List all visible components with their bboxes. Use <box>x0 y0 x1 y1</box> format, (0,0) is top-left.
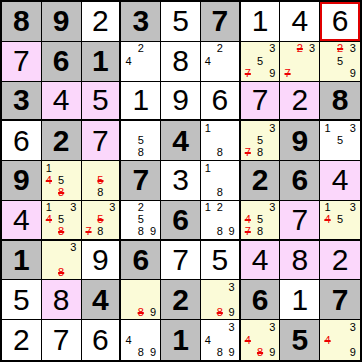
candidate-8: 8 <box>254 226 266 238</box>
eliminated-candidate-8: 8 <box>55 187 67 199</box>
cell-r6c3[interactable]: 3857 <box>82 201 122 241</box>
pencilmarks: 85 <box>83 162 119 199</box>
candidate-4: 4 <box>202 55 214 67</box>
candidate-1: 1 <box>43 202 55 214</box>
candidate-5: 5 <box>135 214 147 226</box>
candidate-5: 5 <box>334 55 347 67</box>
pencilmarks: 98 <box>122 281 159 318</box>
given-digit: 7 <box>332 285 349 315</box>
given-digit: 8 <box>13 6 30 36</box>
solved-digit: 2 <box>332 245 349 275</box>
cell-r5c9[interactable]: 4 <box>320 161 360 201</box>
candidate-1: 1 <box>202 202 214 214</box>
cell-r5c1[interactable]: 9 <box>2 161 42 201</box>
cell-r9c6[interactable]: 3489 <box>201 320 241 360</box>
pencilmarks: 18 <box>202 122 238 159</box>
cell-r8c8[interactable]: 1 <box>280 280 320 320</box>
eliminated-candidate-5: 5 <box>94 214 106 226</box>
cell-r6c8[interactable]: 7 <box>280 201 320 241</box>
cell-r3c4[interactable]: 1 <box>121 82 161 122</box>
cell-r1c9[interactable]: 6 <box>320 2 360 42</box>
candidate-3: 3 <box>266 202 278 214</box>
candidate-3: 3 <box>346 321 359 334</box>
cell-r6c2[interactable]: 13548 <box>42 201 82 241</box>
eliminated-candidate-8: 8 <box>135 306 147 318</box>
cell-r9c4[interactable]: 489 <box>121 320 161 360</box>
eliminated-candidate-4: 4 <box>43 214 55 226</box>
eliminated-candidate-4: 4 <box>43 174 55 186</box>
given-digit: 1 <box>172 325 189 355</box>
candidate-2: 2 <box>214 43 226 55</box>
cell-r8c5[interactable]: 2 <box>161 280 201 320</box>
cell-r2c2[interactable]: 6 <box>42 42 82 82</box>
cell-r3c3[interactable]: 5 <box>82 82 122 122</box>
candidate-9: 9 <box>226 226 238 238</box>
cell-r7c1[interactable]: 1 <box>2 241 42 281</box>
candidate-9: 9 <box>266 67 278 79</box>
cell-r8c2[interactable]: 8 <box>42 280 82 320</box>
candidate-3: 3 <box>226 321 238 334</box>
cell-r5c6[interactable]: 18 <box>201 161 241 201</box>
given-digit: 9 <box>13 165 30 195</box>
eliminated-candidate-7: 7 <box>242 67 254 79</box>
solved-digit: 4 <box>13 205 30 235</box>
candidate-4: 4 <box>122 55 134 67</box>
solved-digit: 4 <box>252 245 269 275</box>
solved-digit: 2 <box>291 85 308 115</box>
given-digit: 2 <box>252 165 269 195</box>
eliminated-candidate-8: 8 <box>254 346 266 359</box>
given-digit: 3 <box>132 6 149 36</box>
cell-r5c7[interactable]: 2 <box>241 161 281 201</box>
eliminated-candidate-8: 8 <box>55 226 67 238</box>
candidate-9: 9 <box>147 346 159 359</box>
candidate-9: 9 <box>266 346 278 359</box>
eliminated-candidate-7: 7 <box>242 226 254 238</box>
cell-r7c2[interactable]: 38 <box>42 241 82 281</box>
cell-r4c9[interactable]: 135 <box>320 121 360 161</box>
candidate-3: 3 <box>266 321 278 334</box>
cell-r8c3[interactable]: 4 <box>82 280 122 320</box>
given-digit: 3 <box>13 85 30 115</box>
cell-r2c8[interactable]: 327 <box>280 42 320 82</box>
cell-r5c5[interactable]: 3 <box>161 161 201 201</box>
candidate-9: 9 <box>226 346 238 359</box>
eliminated-candidate-7: 7 <box>83 226 95 238</box>
cell-r1c4[interactable]: 3 <box>121 2 161 42</box>
solved-digit: 4 <box>332 165 349 195</box>
candidate-1: 1 <box>321 202 334 214</box>
cell-r2c3[interactable]: 1 <box>82 42 122 82</box>
pencilmarks: 58 <box>122 122 159 159</box>
eliminated-candidate-8: 8 <box>214 306 226 318</box>
solved-digit: 2 <box>13 325 30 355</box>
solved-digit: 8 <box>291 245 308 275</box>
cell-r3c6[interactable]: 6 <box>201 82 241 122</box>
cell-r9c2[interactable]: 7 <box>42 320 82 360</box>
solved-digit: 6 <box>332 6 349 36</box>
candidate-3: 3 <box>226 281 238 293</box>
cell-r3c2[interactable]: 4 <box>42 82 82 122</box>
given-digit: 2 <box>53 126 70 156</box>
pencilmarks: 3592 <box>321 43 359 80</box>
given-digit: 6 <box>53 46 70 76</box>
candidate-8: 8 <box>214 226 226 238</box>
cell-r2c5[interactable]: 8 <box>161 42 201 82</box>
solved-digit: 6 <box>92 325 109 355</box>
cell-r7c5[interactable]: 7 <box>161 241 201 281</box>
candidate-8: 8 <box>214 187 226 199</box>
cell-r7c4[interactable]: 6 <box>121 241 161 281</box>
cell-r7c9[interactable]: 2 <box>320 241 360 281</box>
solved-digit: 6 <box>211 85 228 115</box>
candidate-3: 3 <box>346 202 359 214</box>
pencilmarks: 24 <box>202 43 238 80</box>
candidate-8: 8 <box>214 147 226 159</box>
cell-r9c8[interactable]: 5 <box>280 320 320 360</box>
solved-digit: 7 <box>92 126 109 156</box>
candidate-8: 8 <box>94 187 106 199</box>
solved-digit: 7 <box>172 245 189 275</box>
cell-r6c7[interactable]: 35847 <box>241 201 281 241</box>
cell-r4c8[interactable]: 9 <box>280 121 320 161</box>
cell-r2c6[interactable]: 24 <box>201 42 241 82</box>
pencilmarks: 1354 <box>321 202 359 238</box>
cell-r9c7[interactable]: 3948 <box>241 320 281 360</box>
candidate-3: 3 <box>306 43 318 55</box>
cell-r4c7[interactable]: 3587 <box>241 121 281 161</box>
cell-r6c1[interactable]: 4 <box>2 201 42 241</box>
cell-r4c4[interactable]: 58 <box>121 121 161 161</box>
pencilmarks: 394 <box>321 321 359 359</box>
solved-digit: 7 <box>291 205 308 235</box>
candidate-3: 3 <box>266 43 278 55</box>
given-digit: 1 <box>92 46 109 76</box>
cell-r2c4[interactable]: 24 <box>121 42 161 82</box>
cell-r6c6[interactable]: 1289 <box>201 201 241 241</box>
cell-r1c2[interactable]: 9 <box>42 2 82 42</box>
cell-r8c4[interactable]: 98 <box>121 280 161 320</box>
solved-digit: 4 <box>291 6 308 36</box>
solved-digit: 9 <box>92 245 109 275</box>
pencilmarks: 18 <box>202 162 238 199</box>
given-digit: 9 <box>291 126 308 156</box>
cell-r7c8[interactable]: 8 <box>280 241 320 281</box>
given-digit: 6 <box>172 205 189 235</box>
cell-r2c9[interactable]: 3592 <box>320 42 360 82</box>
cell-r5c4[interactable]: 7 <box>121 161 161 201</box>
candidate-1: 1 <box>202 122 214 134</box>
cell-r7c7[interactable]: 4 <box>241 241 281 281</box>
cell-r3c8[interactable]: 2 <box>280 82 320 122</box>
solved-digit: 5 <box>13 285 30 315</box>
eliminated-candidate-7: 7 <box>281 67 293 79</box>
cell-r9c9[interactable]: 394 <box>320 320 360 360</box>
given-digit: 1 <box>13 245 30 275</box>
candidate-3: 3 <box>266 122 278 134</box>
cell-r4c1[interactable]: 6 <box>2 121 42 161</box>
cell-r1c3[interactable]: 2 <box>82 2 122 42</box>
cell-r5c2[interactable]: 1548 <box>42 161 82 201</box>
given-digit: 5 <box>291 325 308 355</box>
cell-r2c7[interactable]: 3597 <box>241 42 281 82</box>
candidate-1: 1 <box>321 122 334 134</box>
candidate-5: 5 <box>334 214 347 226</box>
pencilmarks: 24 <box>122 43 159 80</box>
candidate-3: 3 <box>67 242 79 254</box>
candidate-9: 9 <box>346 67 359 79</box>
candidate-2: 2 <box>214 202 226 214</box>
candidate-3: 3 <box>346 122 359 134</box>
cell-r8c7[interactable]: 6 <box>241 280 281 320</box>
candidate-4: 4 <box>122 334 134 347</box>
pencilmarks: 3597 <box>242 43 279 80</box>
cell-r6c5[interactable]: 6 <box>161 201 201 241</box>
candidate-2: 2 <box>135 43 147 55</box>
given-digit: 4 <box>172 126 189 156</box>
cell-r4c5[interactable]: 4 <box>161 121 201 161</box>
cell-r6c4[interactable]: 2589 <box>121 201 161 241</box>
candidate-1: 1 <box>43 162 55 174</box>
cell-r3c9[interactable]: 8 <box>320 82 360 122</box>
candidate-5: 5 <box>135 135 147 147</box>
solved-digit: 2 <box>92 6 109 36</box>
cell-r7c3[interactable]: 9 <box>82 241 122 281</box>
candidate-1: 1 <box>202 162 214 174</box>
eliminated-candidate-4: 4 <box>321 334 334 347</box>
candidate-3: 3 <box>67 202 79 214</box>
pencilmarks: 398 <box>202 281 238 318</box>
eliminated-candidate-4: 4 <box>242 214 254 226</box>
given-digit: 6 <box>291 165 308 195</box>
solved-digit: 5 <box>172 6 189 36</box>
solved-digit: 3 <box>172 165 189 195</box>
cell-r1c6[interactable]: 7 <box>201 2 241 42</box>
cell-r1c1[interactable]: 8 <box>2 2 42 42</box>
given-digit: 7 <box>132 165 149 195</box>
cell-r5c3[interactable]: 85 <box>82 161 122 201</box>
cell-r1c7[interactable]: 1 <box>241 2 281 42</box>
candidate-9: 9 <box>147 306 159 318</box>
candidate-8: 8 <box>94 226 106 238</box>
cell-r4c3[interactable]: 7 <box>82 121 122 161</box>
pencilmarks: 35847 <box>242 202 279 238</box>
solved-digit: 7 <box>53 325 70 355</box>
solved-digit: 9 <box>172 85 189 115</box>
eliminated-candidate-4: 4 <box>321 214 334 226</box>
candidate-2: 2 <box>135 202 147 214</box>
candidate-8: 8 <box>135 226 147 238</box>
pencilmarks: 1548 <box>43 162 80 199</box>
candidate-5: 5 <box>55 214 67 226</box>
cell-r4c2[interactable]: 2 <box>42 121 82 161</box>
given-digit: 9 <box>53 6 70 36</box>
solved-digit: 7 <box>252 85 269 115</box>
candidate-5: 5 <box>254 55 266 67</box>
pencilmarks: 489 <box>122 321 159 359</box>
solved-digit: 1 <box>132 85 149 115</box>
candidate-5: 5 <box>254 135 266 147</box>
cell-r9c3[interactable]: 6 <box>82 320 122 360</box>
solved-digit: 5 <box>211 245 228 275</box>
solved-digit: 7 <box>13 46 30 76</box>
cell-r1c5[interactable]: 5 <box>161 2 201 42</box>
cell-r3c7[interactable]: 7 <box>241 82 281 122</box>
given-digit: 2 <box>172 285 189 315</box>
candidate-3: 3 <box>346 43 359 55</box>
sudoku-board: 8923571467612482435973273592345196728627… <box>0 0 362 362</box>
pencilmarks: 3489 <box>202 321 238 359</box>
cell-r3c5[interactable]: 9 <box>161 82 201 122</box>
given-digit: 4 <box>92 285 109 315</box>
eliminated-candidate-2: 2 <box>334 43 347 55</box>
given-digit: 7 <box>211 6 228 36</box>
candidate-5: 5 <box>254 214 266 226</box>
candidate-9: 9 <box>147 226 159 238</box>
candidate-5: 5 <box>55 174 67 186</box>
cell-r4c6[interactable]: 18 <box>201 121 241 161</box>
solved-digit: 1 <box>291 285 308 315</box>
solved-digit: 6 <box>13 126 30 156</box>
given-digit: 8 <box>332 85 349 115</box>
eliminated-candidate-2: 2 <box>294 43 306 55</box>
solved-digit: 8 <box>53 285 70 315</box>
cell-r8c9[interactable]: 7 <box>320 280 360 320</box>
candidate-8: 8 <box>135 346 147 359</box>
cell-r9c1[interactable]: 2 <box>2 320 42 360</box>
cell-r9c5[interactable]: 1 <box>161 320 201 360</box>
candidate-9: 9 <box>346 346 359 359</box>
given-digit: 6 <box>132 245 149 275</box>
cell-r1c8[interactable]: 4 <box>280 2 320 42</box>
candidate-8: 8 <box>135 147 147 159</box>
solved-digit: 5 <box>92 85 109 115</box>
solved-digit: 1 <box>252 6 269 36</box>
candidate-9: 9 <box>226 306 238 318</box>
candidate-5: 5 <box>334 135 347 147</box>
solved-digit: 8 <box>172 46 189 76</box>
pencilmarks: 3948 <box>242 321 279 359</box>
cell-r8c6[interactable]: 398 <box>201 280 241 320</box>
cell-r5c8[interactable]: 6 <box>280 161 320 201</box>
candidate-3: 3 <box>106 202 118 214</box>
cell-r6c9[interactable]: 1354 <box>320 201 360 241</box>
candidate-4: 4 <box>202 334 214 347</box>
cell-r8c1[interactable]: 5 <box>2 280 42 320</box>
cell-r7c6[interactable]: 5 <box>201 241 241 281</box>
solved-digit: 4 <box>53 85 70 115</box>
eliminated-candidate-4: 4 <box>242 334 254 347</box>
eliminated-candidate-5: 5 <box>94 174 106 186</box>
cell-r3c1[interactable]: 3 <box>2 82 42 122</box>
pencilmarks: 135 <box>321 122 359 159</box>
cell-r2c1[interactable]: 7 <box>2 42 42 82</box>
candidate-8: 8 <box>214 346 226 359</box>
candidate-8: 8 <box>254 147 266 159</box>
pencilmarks: 38 <box>43 242 80 279</box>
pencilmarks: 2589 <box>122 202 159 238</box>
given-digit: 6 <box>252 285 269 315</box>
eliminated-candidate-8: 8 <box>55 266 67 278</box>
pencilmarks: 13548 <box>43 202 80 238</box>
pencilmarks: 3587 <box>242 122 279 159</box>
pencilmarks: 1289 <box>202 202 238 238</box>
pencilmarks: 327 <box>281 43 318 80</box>
pencilmarks: 3857 <box>83 202 119 238</box>
eliminated-candidate-7: 7 <box>242 147 254 159</box>
